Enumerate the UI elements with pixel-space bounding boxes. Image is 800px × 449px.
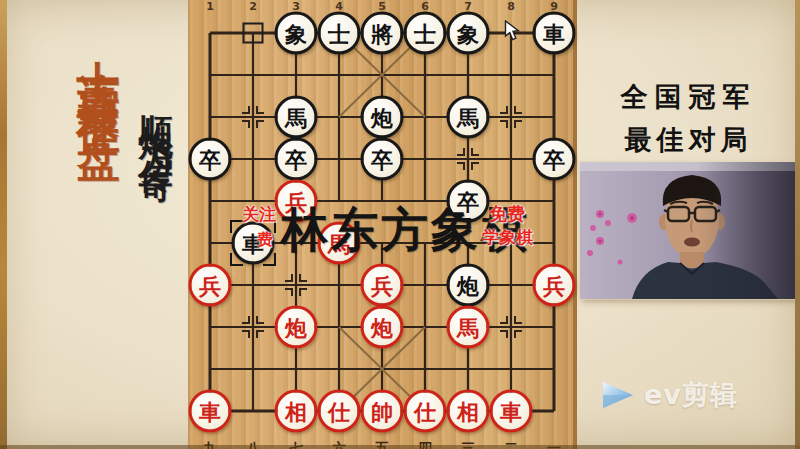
frame-bottom-edge (0, 445, 800, 449)
overlay-follow-text: 关注 (242, 203, 276, 226)
play-logo-icon (601, 380, 635, 410)
right-panel-title: 全国冠军 最佳对局 (577, 79, 800, 158)
left-banner-subtitle: 顺炮飞刀传奇 (133, 88, 179, 154)
piece-red-車[interactable]: 車 (490, 390, 533, 433)
piece-black-卒[interactable]: 卒 (189, 138, 232, 181)
piece-black-卒[interactable]: 卒 (275, 138, 318, 181)
mouth (684, 238, 700, 247)
left-banner-title: 十连霸最佳一盘 (70, 26, 128, 117)
piece-black-馬[interactable]: 馬 (275, 96, 318, 139)
presenter-illustration (580, 162, 795, 299)
piece-red-兵[interactable]: 兵 (533, 264, 576, 307)
champion-title-line2: 最佳对局 (577, 122, 800, 158)
piece-red-車[interactable]: 車 (189, 390, 232, 433)
file-label: 8 (507, 0, 515, 13)
webcam-video (580, 162, 795, 299)
overlay-learn-text: 学象棋 (482, 226, 533, 249)
piece-black-士[interactable]: 士 (318, 12, 361, 55)
piece-black-炮[interactable]: 炮 (361, 96, 404, 139)
piece-black-士[interactable]: 士 (404, 12, 447, 55)
watermark: ev剪辑 (601, 377, 738, 413)
board-edge-shadow (573, 0, 577, 449)
piece-red-兵[interactable]: 兵 (189, 264, 232, 307)
file-label: 2 (249, 0, 257, 13)
piece-black-馬[interactable]: 馬 (447, 96, 490, 139)
video-frame: 十连霸最佳一盘 顺炮飞刀传奇 123456789 九八七六五四三二一 象士將士象… (0, 0, 800, 449)
piece-red-馬[interactable]: 馬 (447, 306, 490, 349)
piece-red-仕[interactable]: 仕 (318, 390, 361, 433)
piece-black-炮[interactable]: 炮 (447, 264, 490, 307)
piece-red-炮[interactable]: 炮 (361, 306, 404, 349)
mouse-cursor-icon (504, 20, 521, 42)
piece-black-車[interactable]: 車 (533, 12, 576, 55)
piece-black-卒[interactable]: 卒 (361, 138, 404, 181)
last-move-from-marker (243, 23, 264, 44)
piece-black-將[interactable]: 將 (361, 12, 404, 55)
piece-red-帥[interactable]: 帥 (361, 390, 404, 433)
piece-black-象[interactable]: 象 (447, 12, 490, 55)
watermark-text: ev剪辑 (644, 377, 738, 413)
piece-red-相[interactable]: 相 (275, 390, 318, 433)
piece-black-象[interactable]: 象 (275, 12, 318, 55)
nose (691, 220, 692, 232)
piece-red-炮[interactable]: 炮 (275, 306, 318, 349)
shadow-overlay (698, 162, 795, 299)
champion-title-line1: 全国冠军 (577, 79, 800, 115)
overlay-free-text: 免费 (489, 202, 525, 226)
piece-black-卒[interactable]: 卒 (533, 138, 576, 181)
piece-red-仕[interactable]: 仕 (404, 390, 447, 433)
piece-red-兵[interactable]: 兵 (361, 264, 404, 307)
file-label: 1 (206, 0, 214, 13)
piece-red-相[interactable]: 相 (447, 390, 490, 433)
overlay-follow-text-2: 费 (257, 230, 273, 251)
